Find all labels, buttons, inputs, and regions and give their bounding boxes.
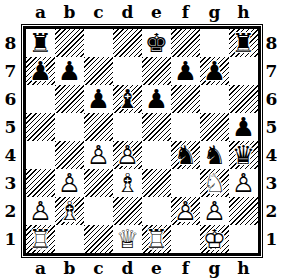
square-a7[interactable]: ♟ [26, 57, 55, 85]
square-e2[interactable] [142, 197, 171, 225]
white-queen-piece: ♛♕ [113, 225, 142, 253]
square-e5[interactable] [142, 113, 171, 141]
square-d5[interactable] [113, 113, 142, 141]
square-b5[interactable] [55, 113, 84, 141]
rank-label-left-4: 4 [1, 141, 20, 169]
white-pawn-piece: ♟♙ [200, 197, 229, 225]
black-knight-piece: ♞ [203, 142, 226, 168]
rank-label-right-4: 4 [262, 141, 281, 169]
white-pawn-piece: ♟♙ [229, 169, 258, 197]
square-h5[interactable]: ♟ [229, 113, 258, 141]
black-queen-piece: ♛ [232, 142, 255, 168]
white-pawn-piece: ♟♙ [171, 197, 200, 225]
square-c1[interactable] [84, 225, 113, 253]
square-c8[interactable] [84, 29, 113, 57]
square-h8[interactable]: ♜ [229, 29, 258, 57]
square-f7[interactable]: ♟ [171, 57, 200, 85]
rank-label-right-2: 2 [262, 197, 281, 225]
white-king-piece-outline: ♔ [200, 225, 229, 253]
file-label-bottom-b: b [55, 257, 84, 279]
square-b6[interactable] [55, 85, 84, 113]
square-d3[interactable]: ♝♗ [113, 169, 142, 197]
square-c2[interactable] [84, 197, 113, 225]
white-rook-piece: ♜♖ [142, 225, 171, 253]
square-b8[interactable] [55, 29, 84, 57]
black-pawn-piece: ♟ [232, 114, 255, 140]
square-f1[interactable] [171, 225, 200, 253]
square-d7[interactable] [113, 57, 142, 85]
black-pawn-piece: ♟ [203, 58, 226, 84]
file-label-bottom-e: e [142, 257, 171, 279]
white-bishop-piece: ♝♗ [55, 197, 84, 225]
rank-label-right-6: 6 [262, 85, 281, 113]
square-a2[interactable]: ♟♙ [26, 197, 55, 225]
file-label-top-a: a [26, 1, 55, 23]
square-f6[interactable] [171, 85, 200, 113]
square-c5[interactable] [84, 113, 113, 141]
white-rook-piece-outline: ♖ [142, 225, 171, 253]
file-label-top-c: c [84, 1, 113, 23]
white-pawn-piece-outline: ♙ [171, 197, 200, 225]
square-a3[interactable] [26, 169, 55, 197]
square-e7[interactable] [142, 57, 171, 85]
file-label-top-f: f [171, 1, 200, 23]
white-pawn-piece: ♟♙ [84, 141, 113, 169]
rank-label-left-5: 5 [1, 113, 20, 141]
square-b1[interactable] [55, 225, 84, 253]
black-knight-piece: ♞ [174, 142, 197, 168]
black-pawn-piece: ♟ [174, 58, 197, 84]
square-g8[interactable] [200, 29, 229, 57]
white-queen-piece-outline: ♕ [113, 225, 142, 253]
white-bishop-piece: ♝♗ [113, 169, 142, 197]
rank-labels-right: 87654321 [262, 29, 281, 253]
rank-label-right-1: 1 [262, 225, 281, 253]
file-label-bottom-d: d [113, 257, 142, 279]
white-pawn-piece: ♟♙ [113, 141, 142, 169]
square-e6[interactable]: ♟ [142, 85, 171, 113]
square-b7[interactable]: ♟ [55, 57, 84, 85]
file-labels-bottom: abcdefgh [26, 257, 258, 279]
white-pawn-piece: ♟♙ [55, 169, 84, 197]
square-h4[interactable]: ♛ [229, 141, 258, 169]
black-pawn-piece: ♟ [87, 86, 110, 112]
square-g3[interactable]: ♞♘ [200, 169, 229, 197]
white-pawn-piece-outline: ♙ [200, 197, 229, 225]
white-pawn-piece-outline: ♙ [26, 197, 55, 225]
square-g5[interactable] [200, 113, 229, 141]
white-pawn-piece-outline: ♙ [113, 141, 142, 169]
square-a1[interactable]: ♜♖ [26, 225, 55, 253]
white-bishop-piece-outline: ♗ [55, 197, 84, 225]
white-pawn-piece-outline: ♙ [55, 169, 84, 197]
file-label-top-b: b [55, 1, 84, 23]
square-g4[interactable]: ♞ [200, 141, 229, 169]
white-pawn-piece-outline: ♙ [229, 169, 258, 197]
square-a8[interactable]: ♜ [26, 29, 55, 57]
square-d4[interactable]: ♟♙ [113, 141, 142, 169]
black-pawn-piece: ♟ [145, 86, 168, 112]
square-c4[interactable]: ♟♙ [84, 141, 113, 169]
white-bishop-piece-outline: ♗ [113, 169, 142, 197]
square-b3[interactable]: ♟♙ [55, 169, 84, 197]
file-label-bottom-c: c [84, 257, 113, 279]
square-c7[interactable] [84, 57, 113, 85]
square-f8[interactable] [171, 29, 200, 57]
square-g2[interactable]: ♟♙ [200, 197, 229, 225]
rank-label-left-1: 1 [1, 225, 20, 253]
file-label-top-e: e [142, 1, 171, 23]
square-d8[interactable] [113, 29, 142, 57]
black-pawn-piece: ♟ [58, 58, 81, 84]
rank-label-right-8: 8 [262, 29, 281, 57]
square-e1[interactable]: ♜♖ [142, 225, 171, 253]
square-f4[interactable]: ♞ [171, 141, 200, 169]
square-e3[interactable] [142, 169, 171, 197]
black-rook-piece: ♜ [232, 30, 255, 56]
square-a6[interactable] [26, 85, 55, 113]
white-knight-piece-outline: ♘ [200, 169, 229, 197]
file-labels-top: abcdefgh [26, 1, 258, 23]
white-pawn-piece: ♟♙ [26, 197, 55, 225]
file-label-top-g: g [200, 1, 229, 23]
square-e8[interactable]: ♚ [142, 29, 171, 57]
square-d2[interactable] [113, 197, 142, 225]
rank-labels-left: 87654321 [1, 29, 20, 253]
rank-label-left-6: 6 [1, 85, 20, 113]
square-h6[interactable] [229, 85, 258, 113]
square-b2[interactable]: ♝♗ [55, 197, 84, 225]
chess-board: ♜♚♜♟♟♟♟♟♝♟♟♟♙♟♙♞♞♛♟♙♝♗♞♘♟♙♟♙♝♗♟♙♟♙♜♖♛♕♜♖… [23, 26, 261, 256]
square-c6[interactable]: ♟ [84, 85, 113, 113]
black-rook-piece: ♜ [29, 30, 52, 56]
rank-label-left-3: 3 [1, 169, 20, 197]
black-bishop-piece: ♝ [116, 86, 139, 112]
square-d1[interactable]: ♛♕ [113, 225, 142, 253]
square-g7[interactable]: ♟ [200, 57, 229, 85]
file-label-bottom-a: a [26, 257, 55, 279]
square-f5[interactable] [171, 113, 200, 141]
rank-label-left-8: 8 [1, 29, 20, 57]
square-h1[interactable] [229, 225, 258, 253]
square-g6[interactable] [200, 85, 229, 113]
white-knight-piece: ♞♘ [200, 169, 229, 197]
square-h7[interactable] [229, 57, 258, 85]
rank-label-right-3: 3 [262, 169, 281, 197]
rank-label-right-5: 5 [262, 113, 281, 141]
file-label-bottom-h: h [229, 257, 258, 279]
file-label-top-d: d [113, 1, 142, 23]
square-a4[interactable] [26, 141, 55, 169]
file-label-bottom-f: f [171, 257, 200, 279]
rank-label-left-7: 7 [1, 57, 20, 85]
square-b4[interactable] [55, 141, 84, 169]
square-h2[interactable] [229, 197, 258, 225]
white-rook-piece: ♜♖ [26, 225, 55, 253]
white-pawn-piece-outline: ♙ [84, 141, 113, 169]
white-king-piece: ♚♔ [200, 225, 229, 253]
file-label-bottom-g: g [200, 257, 229, 279]
square-a5[interactable] [26, 113, 55, 141]
chess-diagram: abcdefgh 87654321 ♜♚♜♟♟♟♟♟♝♟♟♟♙♟♙♞♞♛♟♙♝♗… [0, 0, 282, 280]
rank-label-right-7: 7 [262, 57, 281, 85]
black-pawn-piece: ♟ [29, 58, 52, 84]
square-h3[interactable]: ♟♙ [229, 169, 258, 197]
square-g1[interactable]: ♚♔ [200, 225, 229, 253]
black-king-piece: ♚ [145, 30, 168, 56]
square-f3[interactable] [171, 169, 200, 197]
rank-label-left-2: 2 [1, 197, 20, 225]
square-c3[interactable] [84, 169, 113, 197]
square-d6[interactable]: ♝ [113, 85, 142, 113]
white-rook-piece-outline: ♖ [26, 225, 55, 253]
square-e4[interactable] [142, 141, 171, 169]
square-f2[interactable]: ♟♙ [171, 197, 200, 225]
file-label-top-h: h [229, 1, 258, 23]
